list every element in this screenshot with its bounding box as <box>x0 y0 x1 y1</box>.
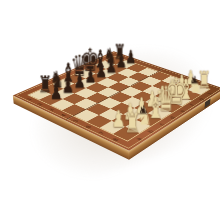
piece-black-pawn[interactable]: ♟ <box>44 81 68 102</box>
chess-set-photo: ♜♞♝♛♚♝♞♜♟♟♟♟♟♟♟♟♟♟♟♟♟♟♟♟♜♞♝♛♚♝♞♜ 1234567… <box>0 0 220 220</box>
piece-white-rook[interactable]: ♜ <box>119 109 146 136</box>
